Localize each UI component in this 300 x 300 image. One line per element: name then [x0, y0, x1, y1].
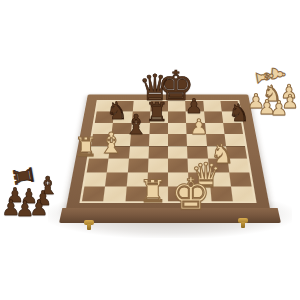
piece-dark-pawn-captured[interactable]: ♟	[16, 199, 35, 220]
square-c3[interactable]	[127, 159, 148, 172]
square-c4[interactable]	[128, 146, 148, 159]
square-h2[interactable]	[229, 172, 252, 186]
piece-light-king-e1[interactable]: ♚	[171, 172, 210, 216]
piece-light-pawn-f5[interactable]: ♟	[190, 117, 209, 138]
square-e4[interactable]	[168, 146, 188, 159]
square-a1[interactable]	[82, 186, 105, 201]
piece-dark-rook-d6[interactable]: ♜	[145, 99, 168, 125]
scene: ♛♚♟♞♜♞♝♟♜♝♞♛♜♚ ♜♝♟♟♟♟♟♟ ♝♟♞♟♟♟♟♟	[0, 0, 300, 300]
square-h1[interactable]	[231, 186, 254, 201]
square-b1[interactable]	[103, 186, 126, 201]
piece-dark-pawn-f7[interactable]: ♟	[185, 96, 203, 116]
piece-dark-bishop-c5[interactable]: ♝	[124, 111, 148, 138]
square-g8[interactable]	[203, 101, 222, 111]
square-d4[interactable]	[148, 146, 168, 159]
piece-light-bishop-b3[interactable]: ♝	[98, 129, 124, 158]
square-b3[interactable]	[107, 159, 128, 172]
square-e7[interactable]	[168, 112, 186, 123]
square-e6[interactable]	[168, 122, 187, 133]
square-d3[interactable]	[148, 159, 168, 172]
brass-clasp-left-icon	[84, 220, 94, 225]
piece-light-pawn-captured[interactable]: ♟	[270, 98, 288, 118]
piece-dark-knight-h6[interactable]: ♞	[228, 101, 250, 125]
square-e5[interactable]	[168, 134, 187, 146]
brass-clasp-right-icon	[238, 218, 248, 223]
square-d5[interactable]	[149, 134, 168, 146]
square-b2[interactable]	[105, 172, 127, 186]
piece-light-rook-d1[interactable]: ♜	[139, 176, 167, 207]
square-a2[interactable]	[84, 172, 107, 186]
piece-light-rook-a3[interactable]: ♜	[74, 134, 97, 160]
